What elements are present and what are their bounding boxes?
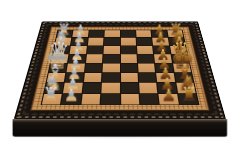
square-b4 (104, 38, 119, 46)
square-g4 (102, 83, 120, 93)
piece-white-pawn: ♟ (53, 87, 89, 104)
scallop-trim-top (46, 24, 194, 26)
chess-set-photo: ♜♟♟♜♞♟♟♞♝♟♟♝♛♟♟♛♚♟♟♚♝♟♟♝♞♟♟♞♜♟♟♜ (0, 0, 240, 141)
chess-board-box: ♜♟♟♜♞♟♟♞♝♟♟♝♛♟♟♛♚♟♟♚♝♟♟♝♞♟♟♞♜♟♟♜ (14, 22, 226, 120)
square-g5 (121, 83, 139, 93)
square-c5 (120, 46, 136, 54)
stud-trim-bottom (16, 116, 223, 119)
box-front-side (13, 119, 228, 137)
square-h2: ♟ (62, 94, 82, 105)
square-e5 (121, 63, 138, 72)
square-e4 (103, 63, 120, 72)
square-b5 (120, 38, 135, 46)
square-f4 (102, 73, 119, 83)
square-a5 (120, 30, 135, 37)
square-c4 (104, 46, 120, 54)
piece-black-rook: ♜ (171, 85, 207, 104)
square-h8: ♜ (178, 94, 198, 105)
square-f5 (121, 73, 138, 83)
scallop-trim-bottom (22, 111, 218, 115)
square-a4 (105, 30, 120, 37)
square-h5 (121, 94, 140, 105)
chess-board: ♜♟♟♜♞♟♟♞♝♟♟♝♛♟♟♛♚♟♟♚♝♟♟♝♞♟♟♞♜♟♟♜ (41, 30, 200, 105)
square-h4 (101, 94, 120, 105)
